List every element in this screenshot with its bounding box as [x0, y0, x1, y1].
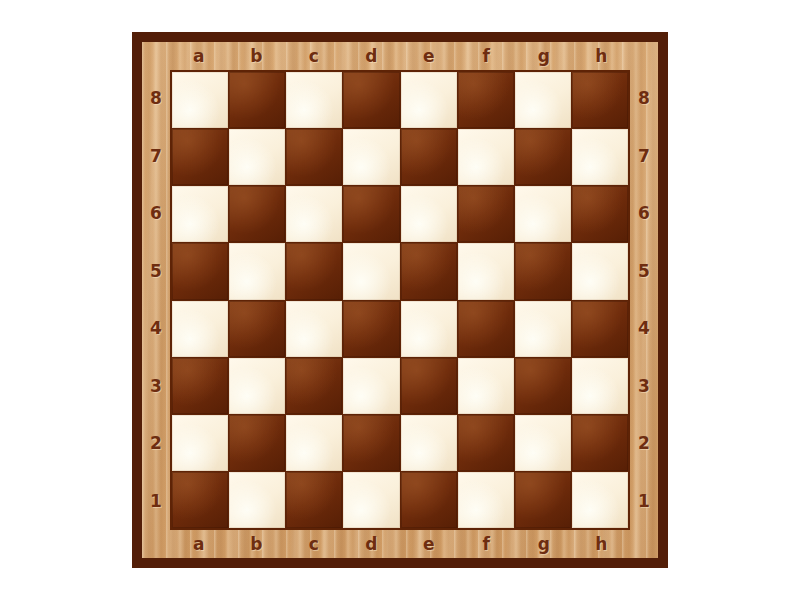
- square-g3[interactable]: [515, 358, 571, 414]
- square-f1[interactable]: [458, 472, 514, 528]
- square-h2[interactable]: [572, 415, 628, 471]
- rank-label-left-4: 4: [150, 320, 162, 337]
- square-d7[interactable]: [343, 129, 399, 185]
- rank-label-left-6: 6: [150, 205, 162, 222]
- square-g5[interactable]: [515, 243, 571, 299]
- file-label-bottom-a: a: [193, 536, 204, 553]
- square-b5[interactable]: [229, 243, 285, 299]
- square-c5[interactable]: [286, 243, 342, 299]
- square-h7[interactable]: [572, 129, 628, 185]
- square-f4[interactable]: [458, 301, 514, 357]
- board-squares: [170, 70, 630, 530]
- square-e6[interactable]: [401, 186, 457, 242]
- square-a3[interactable]: [172, 358, 228, 414]
- square-a6[interactable]: [172, 186, 228, 242]
- rank-label-left-5: 5: [150, 263, 162, 280]
- square-e1[interactable]: [401, 472, 457, 528]
- square-d3[interactable]: [343, 358, 399, 414]
- square-b1[interactable]: [229, 472, 285, 528]
- square-c4[interactable]: [286, 301, 342, 357]
- rank-label-right-7: 7: [638, 148, 650, 165]
- square-d5[interactable]: [343, 243, 399, 299]
- square-f3[interactable]: [458, 358, 514, 414]
- rank-label-right-3: 3: [638, 378, 650, 395]
- square-h6[interactable]: [572, 186, 628, 242]
- square-b8[interactable]: [229, 72, 285, 128]
- file-label-bottom-f: f: [483, 536, 490, 553]
- square-d4[interactable]: [343, 301, 399, 357]
- file-label-top-g: g: [538, 48, 550, 65]
- file-label-top-e: e: [423, 48, 435, 65]
- square-d6[interactable]: [343, 186, 399, 242]
- square-d2[interactable]: [343, 415, 399, 471]
- square-c3[interactable]: [286, 358, 342, 414]
- file-label-bottom-e: e: [423, 536, 435, 553]
- file-label-top-f: f: [483, 48, 490, 65]
- square-b3[interactable]: [229, 358, 285, 414]
- square-b7[interactable]: [229, 129, 285, 185]
- frame-corner-top-left: [142, 42, 170, 70]
- square-c8[interactable]: [286, 72, 342, 128]
- rank-labels-right: 87654321: [630, 70, 658, 530]
- rank-label-right-4: 4: [638, 320, 650, 337]
- square-f5[interactable]: [458, 243, 514, 299]
- file-label-top-b: b: [250, 48, 262, 65]
- rank-label-left-7: 7: [150, 148, 162, 165]
- square-a7[interactable]: [172, 129, 228, 185]
- file-labels-top: abcdefgh: [170, 42, 630, 70]
- chess-board: abcdefgh 87654321 87654321 abcdefgh: [132, 32, 668, 568]
- square-b2[interactable]: [229, 415, 285, 471]
- file-label-bottom-h: h: [595, 536, 607, 553]
- square-d8[interactable]: [343, 72, 399, 128]
- file-label-top-h: h: [595, 48, 607, 65]
- file-label-top-c: c: [309, 48, 319, 65]
- square-e7[interactable]: [401, 129, 457, 185]
- rank-label-right-2: 2: [638, 435, 650, 452]
- rank-label-right-6: 6: [638, 205, 650, 222]
- square-h4[interactable]: [572, 301, 628, 357]
- square-h3[interactable]: [572, 358, 628, 414]
- square-b6[interactable]: [229, 186, 285, 242]
- file-label-bottom-b: b: [250, 536, 262, 553]
- square-a4[interactable]: [172, 301, 228, 357]
- rank-label-right-1: 1: [638, 493, 650, 510]
- square-a5[interactable]: [172, 243, 228, 299]
- square-e2[interactable]: [401, 415, 457, 471]
- square-g2[interactable]: [515, 415, 571, 471]
- frame-corner-bottom-left: [142, 530, 170, 558]
- square-e5[interactable]: [401, 243, 457, 299]
- square-e4[interactable]: [401, 301, 457, 357]
- file-labels-bottom: abcdefgh: [170, 530, 630, 558]
- square-c1[interactable]: [286, 472, 342, 528]
- square-g4[interactable]: [515, 301, 571, 357]
- square-c6[interactable]: [286, 186, 342, 242]
- square-a8[interactable]: [172, 72, 228, 128]
- square-b4[interactable]: [229, 301, 285, 357]
- page: abcdefgh 87654321 87654321 abcdefgh: [0, 0, 800, 600]
- square-h1[interactable]: [572, 472, 628, 528]
- rank-label-left-2: 2: [150, 435, 162, 452]
- rank-labels-left: 87654321: [142, 70, 170, 530]
- file-label-bottom-d: d: [365, 536, 377, 553]
- file-label-top-a: a: [193, 48, 204, 65]
- square-f6[interactable]: [458, 186, 514, 242]
- square-h8[interactable]: [572, 72, 628, 128]
- board-frame: abcdefgh 87654321 87654321 abcdefgh: [142, 42, 658, 558]
- square-g1[interactable]: [515, 472, 571, 528]
- rank-label-left-1: 1: [150, 493, 162, 510]
- file-label-top-d: d: [365, 48, 377, 65]
- frame-corner-bottom-right: [630, 530, 658, 558]
- rank-label-left-8: 8: [150, 90, 162, 107]
- square-a2[interactable]: [172, 415, 228, 471]
- square-a1[interactable]: [172, 472, 228, 528]
- rank-label-right-5: 5: [638, 263, 650, 280]
- file-label-bottom-g: g: [538, 536, 550, 553]
- rank-label-right-8: 8: [638, 90, 650, 107]
- square-g8[interactable]: [515, 72, 571, 128]
- square-c7[interactable]: [286, 129, 342, 185]
- file-label-bottom-c: c: [309, 536, 319, 553]
- square-d1[interactable]: [343, 472, 399, 528]
- square-f8[interactable]: [458, 72, 514, 128]
- square-f7[interactable]: [458, 129, 514, 185]
- square-c2[interactable]: [286, 415, 342, 471]
- rank-label-left-3: 3: [150, 378, 162, 395]
- square-h5[interactable]: [572, 243, 628, 299]
- square-g7[interactable]: [515, 129, 571, 185]
- frame-corner-top-right: [630, 42, 658, 70]
- square-e8[interactable]: [401, 72, 457, 128]
- square-g6[interactable]: [515, 186, 571, 242]
- square-e3[interactable]: [401, 358, 457, 414]
- square-f2[interactable]: [458, 415, 514, 471]
